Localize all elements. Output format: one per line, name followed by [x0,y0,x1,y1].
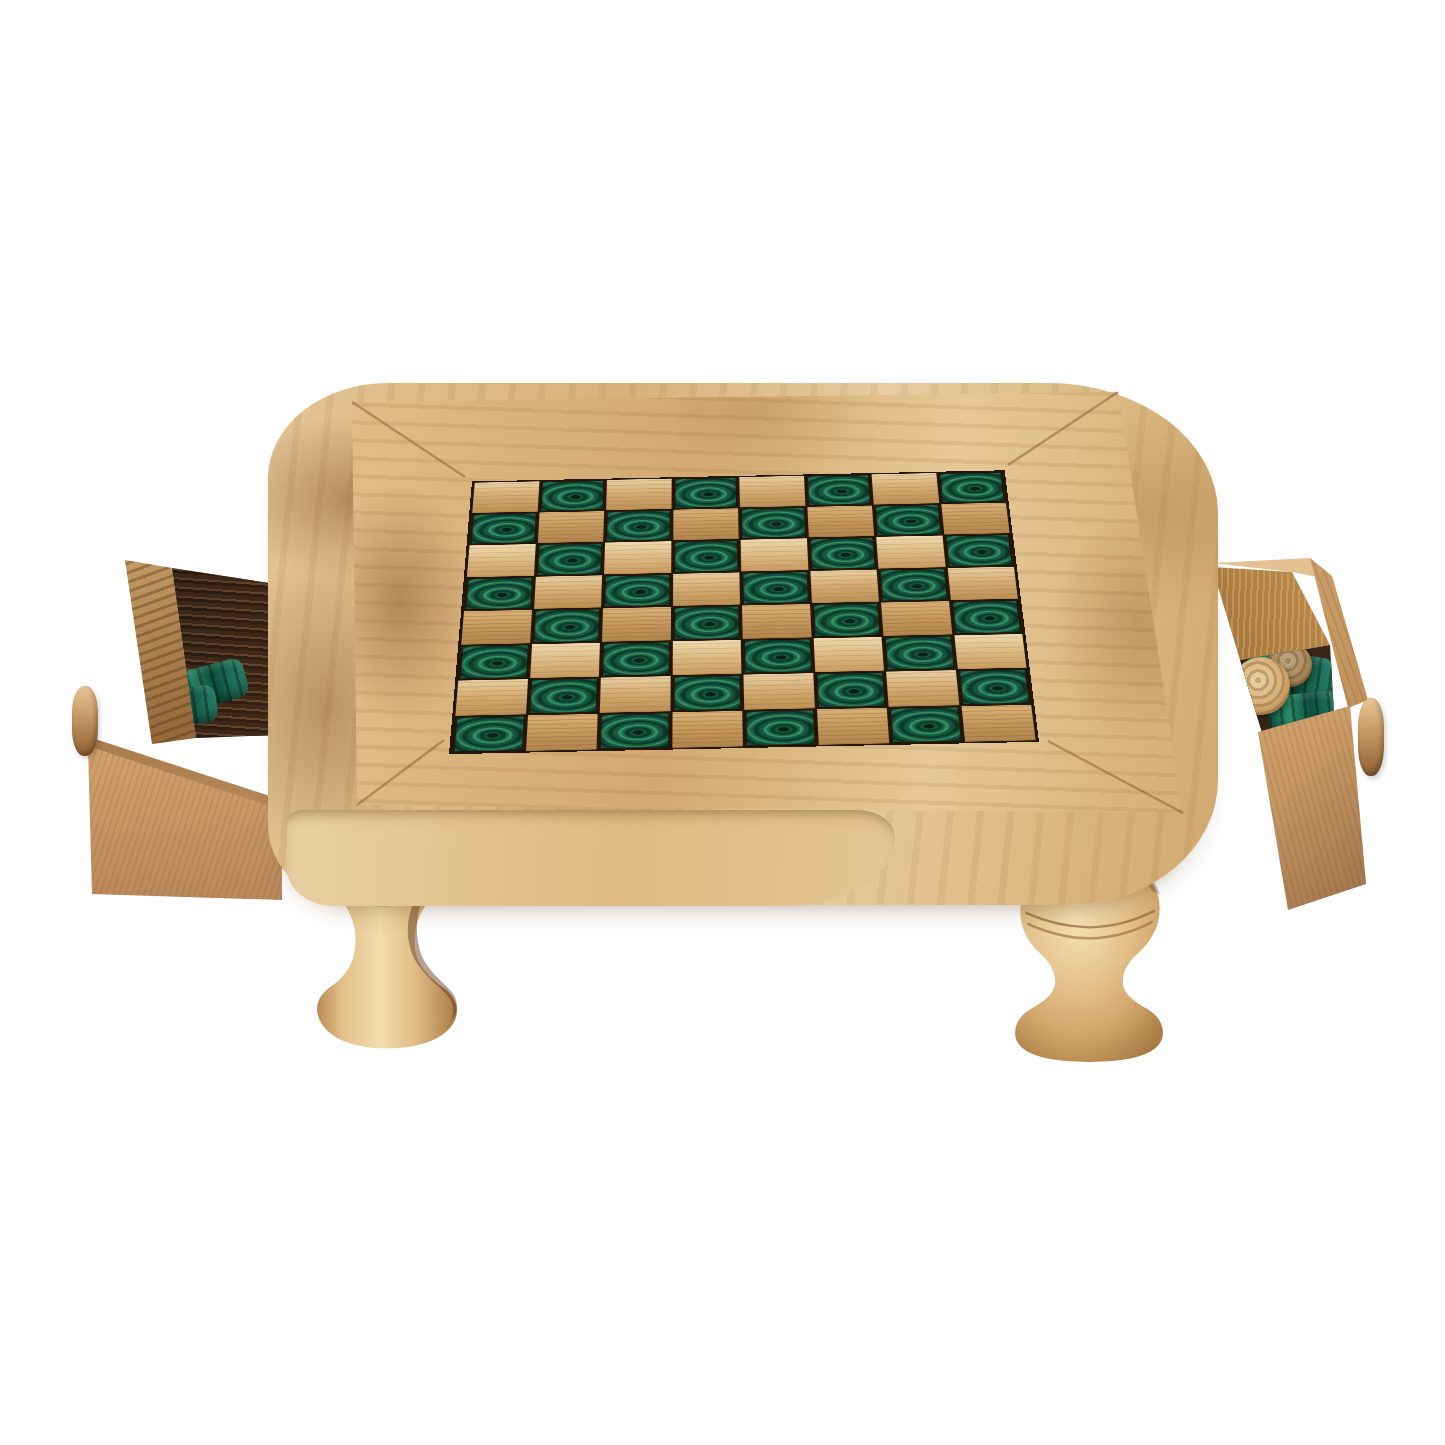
miter-seam-top-right [1008,392,1118,465]
square-f7 [807,505,874,537]
square-h4 [951,600,1023,634]
scene [0,0,1445,1445]
square-c5 [603,574,671,608]
square-c6 [604,541,671,574]
square-c4 [602,607,671,642]
square-h2 [957,669,1031,705]
square-c3 [601,641,670,676]
square-d8 [673,477,738,508]
square-g5 [879,568,949,602]
square-d5 [673,572,740,606]
square-e4 [742,604,811,639]
square-h1 [961,705,1036,742]
square-e3 [743,638,813,673]
square-g4 [881,601,952,636]
square-f6 [808,537,876,570]
square-e5 [741,571,809,605]
square-g7 [874,504,942,536]
square-c8 [606,479,671,510]
square-g1 [889,706,963,743]
square-d2 [672,675,742,711]
square-c7 [605,510,671,542]
square-e1 [744,709,816,746]
square-d6 [673,540,740,573]
square-c1 [599,712,670,749]
square-f8 [805,474,871,505]
square-a7 [470,512,538,544]
left-drawer-knob [72,686,98,756]
square-g8 [872,473,939,504]
square-e6 [741,538,808,571]
square-g3 [884,635,956,670]
square-b3 [530,643,600,678]
stored-piece-natural-disc [1232,657,1290,715]
chessboard [449,470,1039,754]
square-f3 [813,637,884,672]
square-b7 [537,511,604,543]
right-drawer-knob [1358,698,1384,776]
square-b6 [535,543,603,576]
square-a6 [467,544,535,577]
square-d7 [673,508,739,540]
miter-seam-bottom-right [1048,741,1183,813]
square-b5 [534,575,602,609]
square-f4 [812,603,882,638]
square-a5 [464,577,533,611]
board-3d [449,470,1039,754]
square-a3 [458,644,529,680]
square-h8 [938,472,1006,503]
miter-seam-top-left [352,402,465,477]
square-g6 [876,536,945,569]
square-h5 [947,566,1018,600]
square-h7 [941,502,1010,534]
square-g2 [886,670,959,706]
square-f5 [810,569,879,603]
square-a2 [455,679,527,715]
square-f2 [815,672,887,708]
square-b8 [539,480,605,511]
square-b1 [525,714,597,751]
square-d3 [672,640,741,675]
square-b2 [528,678,599,714]
square-d4 [672,606,740,641]
square-h6 [944,534,1014,567]
square-a1 [452,715,525,752]
board-perspective-wrap [455,319,1027,891]
square-a8 [472,481,539,512]
square-c2 [600,676,670,712]
square-h3 [954,634,1027,669]
square-d1 [672,711,743,748]
square-f1 [816,708,889,745]
square-a4 [461,610,531,645]
square-e8 [739,476,805,507]
square-e2 [743,673,814,709]
square-b4 [532,608,601,643]
miter-seam-bottom-left [357,740,444,805]
square-e7 [740,507,806,539]
